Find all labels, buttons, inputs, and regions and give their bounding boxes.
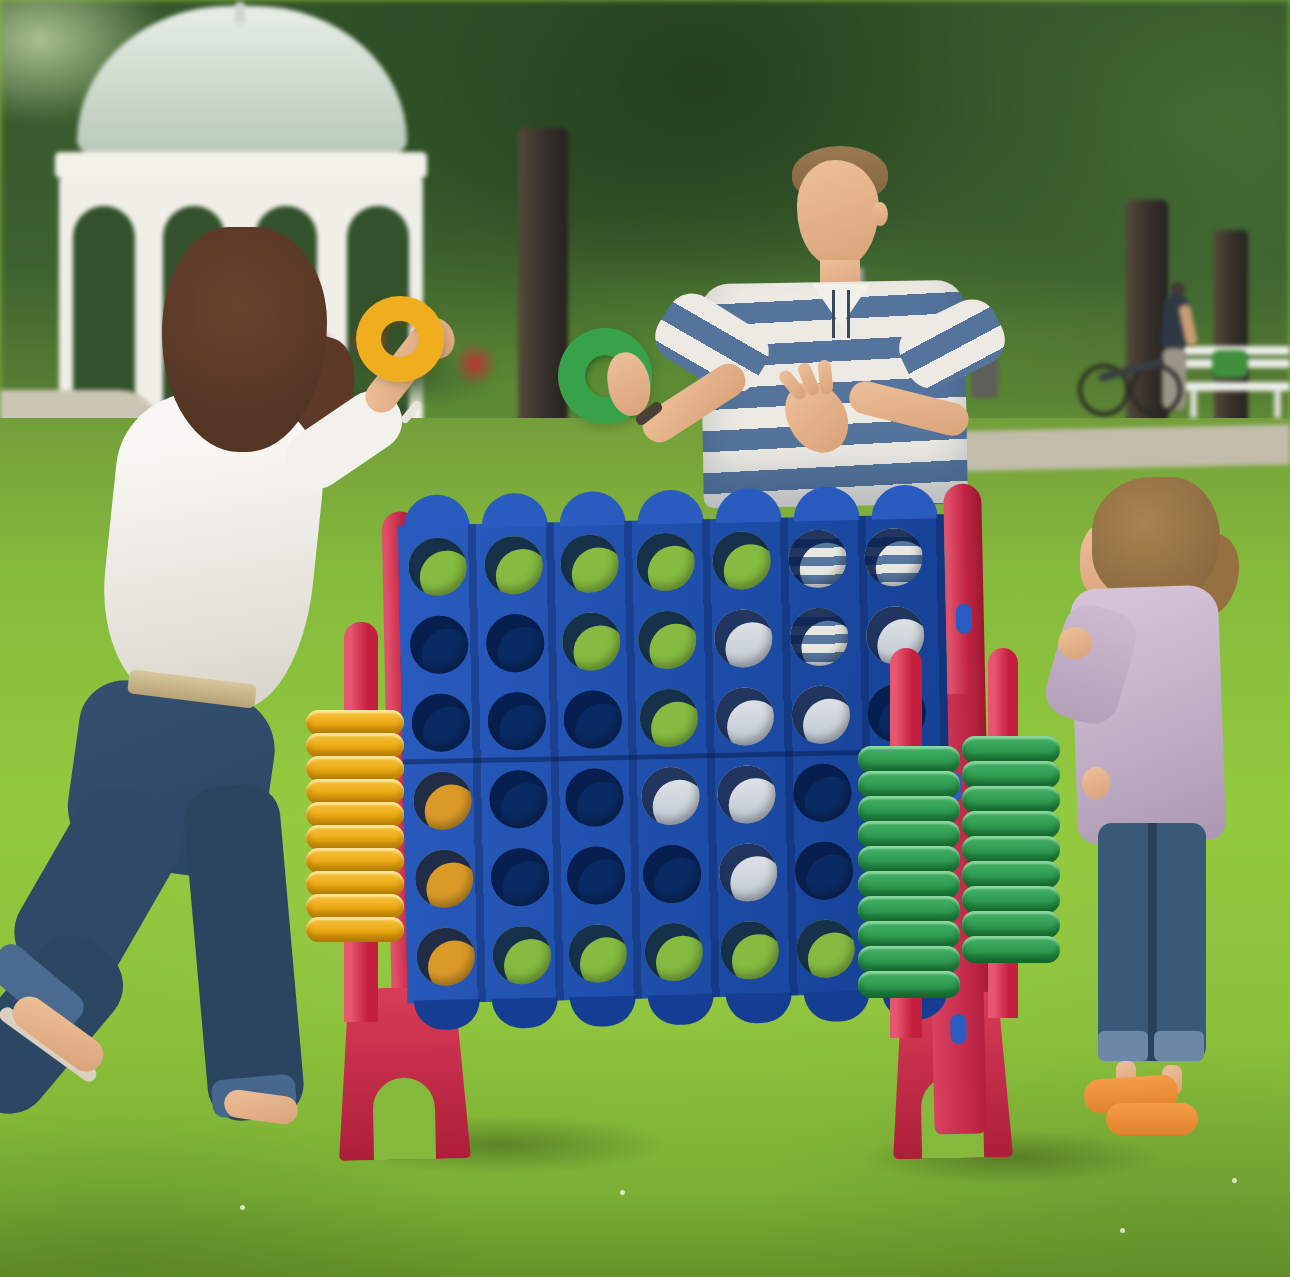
empty-slot	[410, 615, 469, 674]
green-disc	[858, 971, 960, 998]
board-cell-r3c4	[639, 688, 698, 747]
yellow-disc	[306, 848, 404, 873]
empty-slot	[644, 922, 703, 981]
empty-slot	[411, 693, 470, 752]
board-cell-r5c2	[491, 848, 550, 907]
empty-slot	[636, 532, 695, 591]
bench-leg	[1274, 390, 1281, 418]
empty-slot	[484, 536, 543, 595]
empty-slot	[719, 843, 778, 902]
scallop-bump	[726, 992, 793, 1023]
empty-slot	[720, 921, 779, 980]
jeans-cuff	[1154, 1031, 1204, 1061]
bicycle	[1078, 348, 1188, 414]
scallop-bump	[570, 996, 637, 1027]
yellow-disc	[306, 825, 404, 850]
empty-slot	[492, 926, 551, 985]
empty-slot	[568, 924, 627, 983]
green-disc	[858, 821, 960, 848]
board-cell-r2c2	[486, 614, 545, 673]
empty-slot	[641, 766, 700, 825]
board-cell-r5c5	[719, 843, 778, 902]
board-cell-r3c2	[487, 692, 546, 751]
empty-slot	[639, 688, 698, 747]
empty-slot	[717, 765, 776, 824]
child-jeans	[1098, 823, 1206, 1061]
board-cell-r4c1	[413, 771, 472, 830]
board-cell-r1c7	[864, 528, 923, 587]
green-disc-stack-inner	[858, 748, 960, 998]
empty-slot	[562, 612, 621, 671]
board-cell-r1c4	[636, 532, 695, 591]
yellow-disc	[306, 710, 404, 735]
empty-slot	[415, 849, 474, 908]
green-disc	[858, 946, 960, 973]
yellow-ring-disc	[356, 296, 444, 382]
empty-slot	[712, 531, 771, 590]
green-disc	[858, 871, 960, 898]
board-cell-r5c1	[415, 849, 474, 908]
man-player	[600, 140, 1030, 500]
board-cell-r3c1	[411, 693, 470, 752]
green-disc	[858, 846, 960, 873]
yellow-disc	[306, 802, 404, 827]
board-cell-r2c3	[562, 612, 621, 671]
park-scene	[0, 0, 1290, 1277]
child-spectator	[1040, 475, 1270, 1135]
gazebo-fascia	[55, 152, 427, 178]
scallop-bump	[414, 999, 481, 1030]
yellow-disc	[306, 733, 404, 758]
board-cell-r3c3	[563, 690, 622, 749]
child-shoe	[1106, 1103, 1198, 1135]
empty-slot	[790, 607, 849, 666]
empty-slot	[864, 528, 923, 587]
empty-slot	[560, 534, 619, 593]
child-hand	[1082, 767, 1110, 799]
board-cell-r1c1	[408, 537, 467, 596]
empty-slot	[487, 692, 546, 751]
board-cell-r1c2	[484, 536, 543, 595]
green-disc	[858, 771, 960, 798]
empty-slot	[788, 529, 847, 588]
empty-slot	[794, 841, 853, 900]
empty-slot	[715, 687, 774, 746]
green-disc	[858, 746, 960, 773]
green-disc	[858, 921, 960, 948]
jeans-cuff	[1098, 1031, 1148, 1061]
empty-slot	[408, 537, 467, 596]
board-cell-r1c6	[788, 529, 847, 588]
board-cell-r6c2	[492, 926, 551, 985]
child-raised-fist	[1058, 627, 1092, 659]
man-face	[797, 160, 879, 268]
board-cell-r6c4	[644, 922, 703, 981]
yellow-disc	[306, 917, 404, 942]
board-cell-r3c5	[715, 687, 774, 746]
board-cell-r2c1	[410, 615, 469, 674]
jeans-split	[1148, 823, 1157, 1061]
board-cell-r2c6	[790, 607, 849, 666]
yellow-disc	[306, 779, 404, 804]
frame-clip	[950, 1014, 967, 1044]
empty-slot	[643, 844, 702, 903]
board-cell-r1c5	[712, 531, 771, 590]
board-cell-r6c3	[568, 924, 627, 983]
green-disc	[858, 896, 960, 923]
empty-slot	[796, 919, 855, 978]
woman-back-leg	[182, 781, 307, 1123]
yellow-disc	[306, 756, 404, 781]
board-cell-r6c1	[416, 927, 475, 986]
empty-slot	[793, 763, 852, 822]
hood-cord	[847, 290, 850, 338]
frame-clip	[956, 604, 973, 634]
yellow-disc	[306, 871, 404, 896]
scallop-bump	[492, 997, 559, 1028]
board-cell-r5c6	[794, 841, 853, 900]
yellow-disc	[306, 894, 404, 919]
empty-slot	[413, 771, 472, 830]
empty-slot	[567, 846, 626, 905]
daisy	[240, 1205, 245, 1210]
empty-slot	[565, 768, 624, 827]
board-cell-r2c4	[638, 610, 697, 669]
board-cell-r4c2	[489, 770, 548, 829]
board-cell-r4c6	[793, 763, 852, 822]
green-disc	[858, 796, 960, 823]
gazebo-roof	[77, 6, 407, 158]
empty-slot	[489, 770, 548, 829]
board-cell-r3c6	[791, 685, 850, 744]
board-cell-r6c6	[796, 919, 855, 978]
empty-slot	[491, 848, 550, 907]
hood-cord	[832, 290, 835, 338]
board-cell-r2c5	[714, 609, 773, 668]
board-cell-r5c3	[567, 846, 626, 905]
leg-arch-cutout	[372, 1077, 436, 1160]
scallop-bump	[648, 994, 715, 1025]
board-cell-r1c3	[560, 534, 619, 593]
board-cell-r4c3	[565, 768, 624, 827]
empty-slot	[638, 610, 697, 669]
empty-slot	[416, 927, 475, 986]
daisy	[1232, 1178, 1237, 1183]
daisy	[620, 1190, 625, 1195]
empty-slot	[563, 690, 622, 749]
empty-slot	[714, 609, 773, 668]
empty-slot	[791, 685, 850, 744]
man-ear	[872, 202, 888, 226]
board-cell-r6c5	[720, 921, 779, 980]
board-cell-r4c4	[641, 766, 700, 825]
board-cell-r5c4	[643, 844, 702, 903]
board-cell-r4c5	[717, 765, 776, 824]
daisy	[1120, 1228, 1125, 1233]
gazebo-finial	[235, 2, 245, 24]
yellow-disc-stack	[306, 712, 404, 942]
empty-slot	[486, 614, 545, 673]
